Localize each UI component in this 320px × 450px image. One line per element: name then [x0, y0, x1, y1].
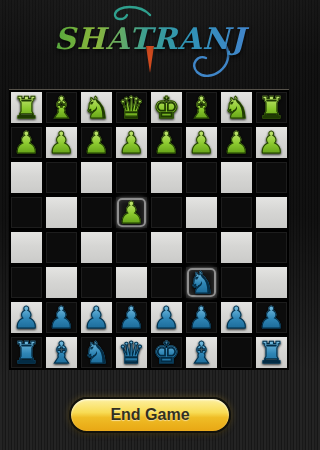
square-a1[interactable]: ♜	[9, 335, 44, 370]
app-screen: { "app": { "title": "SHATRANJ" }, "game"…	[0, 0, 300, 450]
app-title: SHATRANJ	[0, 22, 300, 56]
square-a2[interactable]: ♟	[9, 300, 44, 335]
blue-king: ♚	[153, 337, 180, 369]
square-d2[interactable]: ♟	[114, 300, 149, 335]
blue-pawn: ♟	[153, 302, 180, 334]
green-pawn: ♟	[118, 127, 145, 159]
square-h6[interactable]	[254, 160, 289, 195]
square-c1[interactable]: ♞	[79, 335, 114, 370]
square-c6[interactable]	[79, 160, 114, 195]
square-c5[interactable]	[79, 195, 114, 230]
blue-knight: ♞	[188, 267, 215, 299]
blue-bishop: ♝	[188, 337, 215, 369]
blue-pawn: ♟	[48, 302, 75, 334]
square-g7[interactable]: ♟	[219, 125, 254, 160]
square-d7[interactable]: ♟	[114, 125, 149, 160]
square-d1[interactable]: ♛	[114, 335, 149, 370]
square-d6[interactable]	[114, 160, 149, 195]
square-a8[interactable]: ♜	[9, 90, 44, 125]
blue-pawn: ♟	[258, 302, 285, 334]
blue-bishop: ♝	[48, 337, 75, 369]
green-rook: ♜	[13, 92, 40, 124]
square-f5[interactable]	[184, 195, 219, 230]
square-d5[interactable]: ♟	[114, 195, 149, 230]
square-f1[interactable]: ♝	[184, 335, 219, 370]
square-b4[interactable]	[44, 230, 79, 265]
green-knight: ♞	[223, 92, 250, 124]
square-e7[interactable]: ♟	[149, 125, 184, 160]
square-b8[interactable]: ♝	[44, 90, 79, 125]
square-e2[interactable]: ♟	[149, 300, 184, 335]
blue-rook: ♜	[258, 337, 285, 369]
blue-pawn: ♟	[223, 302, 250, 334]
square-g4[interactable]	[219, 230, 254, 265]
blue-pawn: ♟	[83, 302, 110, 334]
square-c2[interactable]: ♟	[79, 300, 114, 335]
square-h8[interactable]: ♜	[254, 90, 289, 125]
square-f6[interactable]	[184, 160, 219, 195]
square-b1[interactable]: ♝	[44, 335, 79, 370]
square-f4[interactable]	[184, 230, 219, 265]
blue-knight: ♞	[83, 337, 110, 369]
square-e4[interactable]	[149, 230, 184, 265]
square-g5[interactable]	[219, 195, 254, 230]
square-d8[interactable]: ♛	[114, 90, 149, 125]
square-c8[interactable]: ♞	[79, 90, 114, 125]
square-h1[interactable]: ♜	[254, 335, 289, 370]
end-game-button[interactable]: End Game	[69, 397, 231, 433]
square-b7[interactable]: ♟	[44, 125, 79, 160]
square-c4[interactable]	[79, 230, 114, 265]
green-pawn: ♟	[48, 127, 75, 159]
green-king: ♚	[153, 92, 180, 124]
square-g6[interactable]	[219, 160, 254, 195]
square-a6[interactable]	[9, 160, 44, 195]
green-pawn: ♟	[118, 197, 145, 229]
green-pawn: ♟	[13, 127, 40, 159]
green-pawn: ♟	[223, 127, 250, 159]
header: SHATRANJ	[0, 0, 300, 88]
green-pawn: ♟	[153, 127, 180, 159]
square-h4[interactable]	[254, 230, 289, 265]
square-f7[interactable]: ♟	[184, 125, 219, 160]
square-h3[interactable]	[254, 265, 289, 300]
square-f3[interactable]: ♞	[184, 265, 219, 300]
square-h2[interactable]: ♟	[254, 300, 289, 335]
square-h7[interactable]: ♟	[254, 125, 289, 160]
blue-pawn: ♟	[188, 302, 215, 334]
square-e8[interactable]: ♚	[149, 90, 184, 125]
square-a3[interactable]	[9, 265, 44, 300]
square-e1[interactable]: ♚	[149, 335, 184, 370]
green-knight: ♞	[83, 92, 110, 124]
square-e6[interactable]	[149, 160, 184, 195]
square-d3[interactable]	[114, 265, 149, 300]
square-d4[interactable]	[114, 230, 149, 265]
blue-rook: ♜	[13, 337, 40, 369]
square-h5[interactable]	[254, 195, 289, 230]
square-b6[interactable]	[44, 160, 79, 195]
square-b2[interactable]: ♟	[44, 300, 79, 335]
square-c7[interactable]: ♟	[79, 125, 114, 160]
green-bishop: ♝	[48, 92, 75, 124]
square-b5[interactable]	[44, 195, 79, 230]
blue-pawn: ♟	[13, 302, 40, 334]
blue-queen: ♛	[118, 337, 145, 369]
square-b3[interactable]	[44, 265, 79, 300]
green-bishop: ♝	[188, 92, 215, 124]
square-g1[interactable]	[219, 335, 254, 370]
green-pawn: ♟	[188, 127, 215, 159]
square-g2[interactable]: ♟	[219, 300, 254, 335]
green-pawn: ♟	[258, 127, 285, 159]
square-f8[interactable]: ♝	[184, 90, 219, 125]
square-a7[interactable]: ♟	[9, 125, 44, 160]
square-a5[interactable]	[9, 195, 44, 230]
chess-board: ♜♝♞♛♚♝♞♜♟♟♟♟♟♟♟♟♟♞♟♟♟♟♟♟♟♟♜♝♞♛♚♝♜	[9, 89, 289, 370]
square-g3[interactable]	[219, 265, 254, 300]
square-a4[interactable]	[9, 230, 44, 265]
square-g8[interactable]: ♞	[219, 90, 254, 125]
green-queen: ♛	[118, 92, 145, 124]
green-pawn: ♟	[83, 127, 110, 159]
square-f2[interactable]: ♟	[184, 300, 219, 335]
square-e3[interactable]	[149, 265, 184, 300]
square-e5[interactable]	[149, 195, 184, 230]
green-rook: ♜	[258, 92, 285, 124]
square-c3[interactable]	[79, 265, 114, 300]
blue-pawn: ♟	[118, 302, 145, 334]
